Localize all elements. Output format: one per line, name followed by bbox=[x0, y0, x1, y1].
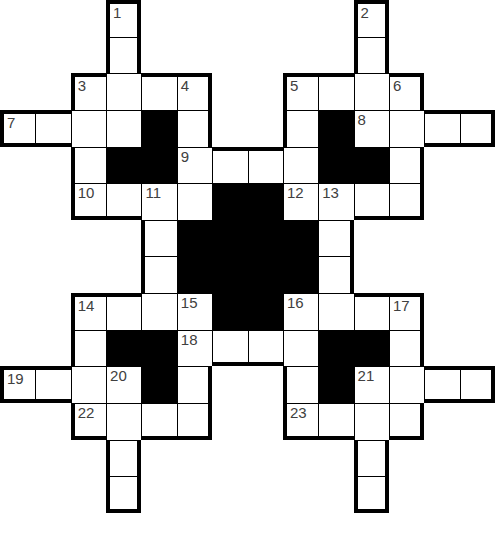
black-cell-r6-c5 bbox=[177, 220, 212, 257]
cell-r2-c11[interactable]: 6 bbox=[389, 73, 424, 110]
black-cell-r6-c8 bbox=[283, 220, 318, 257]
cell-r3-c8[interactable] bbox=[283, 110, 318, 147]
cell-r11-c8[interactable]: 23 bbox=[283, 403, 318, 440]
clue-number: 5 bbox=[290, 78, 298, 95]
cell-r8-c4[interactable] bbox=[141, 293, 176, 330]
black-cell-r6-c7 bbox=[248, 220, 283, 257]
cell-r9-c7[interactable] bbox=[248, 330, 283, 367]
cell-r8-c11[interactable]: 17 bbox=[389, 293, 424, 330]
clue-number: 15 bbox=[181, 295, 198, 312]
cell-r0-c3[interactable]: 1 bbox=[106, 0, 141, 37]
cell-r10-c10[interactable]: 21 bbox=[354, 366, 389, 403]
black-cell-r7-c5 bbox=[177, 256, 212, 293]
clue-number: 14 bbox=[78, 298, 95, 315]
black-cell-r4-c9 bbox=[318, 147, 353, 184]
cell-r4-c6[interactable] bbox=[212, 147, 247, 184]
cell-r10-c13[interactable] bbox=[460, 366, 495, 403]
clue-number: 2 bbox=[361, 5, 369, 22]
clue-number: 10 bbox=[78, 185, 95, 202]
black-cell-r4-c4 bbox=[141, 147, 176, 184]
clue-number: 13 bbox=[322, 185, 339, 202]
cell-r10-c5[interactable] bbox=[177, 366, 212, 403]
cell-r2-c5[interactable]: 4 bbox=[177, 73, 212, 110]
clue-number: 20 bbox=[110, 368, 127, 385]
crossword-grid: 1234567891011121314151617181920212223 bbox=[0, 0, 495, 513]
clue-number: 11 bbox=[145, 185, 161, 202]
cell-r3-c11[interactable] bbox=[389, 110, 424, 147]
cell-r9-c2[interactable] bbox=[71, 330, 106, 367]
black-cell-r9-c9 bbox=[318, 330, 353, 367]
cell-r8-c8[interactable]: 16 bbox=[283, 293, 318, 330]
cell-r3-c5[interactable] bbox=[177, 110, 212, 147]
cell-r8-c2[interactable]: 14 bbox=[71, 293, 106, 330]
clue-number: 18 bbox=[181, 332, 198, 349]
cell-r10-c3[interactable]: 20 bbox=[106, 366, 141, 403]
clue-number: 21 bbox=[358, 368, 375, 385]
cell-r6-c9[interactable] bbox=[318, 220, 353, 257]
clue-number: 1 bbox=[113, 5, 121, 22]
cell-r5-c11[interactable] bbox=[389, 183, 424, 220]
clue-number: 16 bbox=[287, 295, 304, 312]
cell-r10-c8[interactable] bbox=[283, 366, 318, 403]
cell-r9-c5[interactable]: 18 bbox=[177, 330, 212, 367]
cell-r11-c5[interactable] bbox=[177, 403, 212, 440]
black-cell-r10-c9 bbox=[318, 366, 353, 403]
cell-r0-c10[interactable]: 2 bbox=[354, 0, 389, 37]
cell-r11-c2[interactable]: 22 bbox=[71, 403, 106, 440]
black-cell-r10-c4 bbox=[141, 366, 176, 403]
cell-r8-c10[interactable] bbox=[354, 293, 389, 330]
cell-r6-c4[interactable] bbox=[141, 220, 176, 257]
clue-number: 8 bbox=[358, 112, 366, 129]
cell-r3-c13[interactable] bbox=[460, 110, 495, 147]
cell-r2-c4[interactable] bbox=[141, 73, 176, 110]
cell-r2-c3[interactable] bbox=[106, 73, 141, 110]
black-cell-r7-c7 bbox=[248, 256, 283, 293]
clue-number: 9 bbox=[181, 149, 189, 166]
clue-number: 17 bbox=[393, 298, 410, 315]
cell-r1-c10[interactable] bbox=[354, 37, 389, 74]
cell-r11-c10[interactable] bbox=[354, 403, 389, 440]
cell-r10-c2[interactable] bbox=[71, 366, 106, 403]
cell-r11-c4[interactable] bbox=[141, 403, 176, 440]
cell-r10-c12[interactable] bbox=[424, 366, 459, 403]
black-cell-r5-c7 bbox=[248, 183, 283, 220]
cell-r4-c7[interactable] bbox=[248, 147, 283, 184]
black-cell-r6-c6 bbox=[212, 220, 247, 257]
cell-r10-c1[interactable] bbox=[35, 366, 70, 403]
cell-r3-c3[interactable] bbox=[106, 110, 141, 147]
cell-r11-c9[interactable] bbox=[318, 403, 353, 440]
cell-r5-c10[interactable] bbox=[354, 183, 389, 220]
clue-number: 4 bbox=[181, 78, 189, 95]
clue-number: 12 bbox=[287, 185, 304, 202]
clue-number: 22 bbox=[78, 405, 95, 422]
clue-number: 7 bbox=[7, 115, 15, 132]
cell-r3-c10[interactable]: 8 bbox=[354, 110, 389, 147]
page: 1234567891011121314151617181920212223 bbox=[0, 0, 496, 543]
black-cell-r4-c10 bbox=[354, 147, 389, 184]
clue-number: 6 bbox=[393, 78, 401, 95]
cell-r4-c2[interactable] bbox=[71, 147, 106, 184]
cell-r5-c8[interactable]: 12 bbox=[283, 183, 318, 220]
black-cell-r3-c9 bbox=[318, 110, 353, 147]
cell-r8-c9[interactable] bbox=[318, 293, 353, 330]
cell-r3-c2[interactable] bbox=[71, 110, 106, 147]
cell-r4-c5[interactable]: 9 bbox=[177, 147, 212, 184]
cell-r9-c11[interactable] bbox=[389, 330, 424, 367]
black-cell-r3-c4 bbox=[141, 110, 176, 147]
clue-number: 19 bbox=[7, 371, 24, 388]
cell-r11-c11[interactable] bbox=[389, 403, 424, 440]
cell-r3-c0[interactable]: 7 bbox=[0, 110, 35, 147]
black-cell-r7-c6 bbox=[212, 256, 247, 293]
cell-r8-c5[interactable]: 15 bbox=[177, 293, 212, 330]
cell-r3-c1[interactable] bbox=[35, 110, 70, 147]
black-cell-r9-c10 bbox=[354, 330, 389, 367]
black-cell-r4-c3 bbox=[106, 147, 141, 184]
black-cell-r5-c6 bbox=[212, 183, 247, 220]
cell-r12-c10[interactable] bbox=[354, 440, 389, 477]
black-cell-r8-c6 bbox=[212, 293, 247, 330]
cell-r1-c3[interactable] bbox=[106, 37, 141, 74]
black-cell-r9-c3 bbox=[106, 330, 141, 367]
black-cell-r8-c7 bbox=[248, 293, 283, 330]
cell-r13-c3[interactable] bbox=[106, 476, 141, 513]
cell-r2-c10[interactable] bbox=[354, 73, 389, 110]
cell-r5-c5[interactable] bbox=[177, 183, 212, 220]
cell-r7-c4[interactable] bbox=[141, 256, 176, 293]
cell-r10-c0[interactable]: 19 bbox=[0, 366, 35, 403]
cell-r5-c2[interactable]: 10 bbox=[71, 183, 106, 220]
clue-number: 3 bbox=[78, 78, 86, 95]
cell-r10-c11[interactable] bbox=[389, 366, 424, 403]
cell-r13-c10[interactable] bbox=[354, 476, 389, 513]
cell-r12-c3[interactable] bbox=[106, 440, 141, 477]
cell-r5-c9[interactable]: 13 bbox=[318, 183, 353, 220]
cell-r11-c3[interactable] bbox=[106, 403, 141, 440]
cell-r5-c3[interactable] bbox=[106, 183, 141, 220]
clue-number: 23 bbox=[290, 405, 307, 422]
cell-r4-c11[interactable] bbox=[389, 147, 424, 184]
cell-r2-c2[interactable]: 3 bbox=[71, 73, 106, 110]
cell-r2-c8[interactable]: 5 bbox=[283, 73, 318, 110]
cell-r2-c9[interactable] bbox=[318, 73, 353, 110]
cell-r9-c6[interactable] bbox=[212, 330, 247, 367]
cell-r8-c3[interactable] bbox=[106, 293, 141, 330]
cell-r7-c9[interactable] bbox=[318, 256, 353, 293]
black-cell-r7-c8 bbox=[283, 256, 318, 293]
black-cell-r9-c4 bbox=[141, 330, 176, 367]
cell-r9-c8[interactable] bbox=[283, 330, 318, 367]
cell-r3-c12[interactable] bbox=[424, 110, 459, 147]
cell-r5-c4[interactable]: 11 bbox=[141, 183, 176, 220]
cell-r4-c8[interactable] bbox=[283, 147, 318, 184]
